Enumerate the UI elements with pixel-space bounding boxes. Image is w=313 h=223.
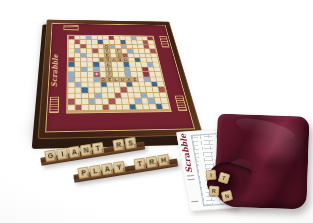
board-cell-6-11[interactable] [118,67,124,71]
board-cell-4-12[interactable] [81,58,86,62]
board-cell-9-1[interactable] [101,82,107,87]
board-cell-8-6[interactable] [94,77,100,82]
board-cell-12-5[interactable] [129,98,135,103]
rack-tile-Y[interactable]: Y4 [113,161,126,174]
board-cell-9-6[interactable] [133,82,139,87]
played-tile-A[interactable]: A [111,58,117,62]
board-cell-8-5[interactable] [88,77,94,82]
board-cell-11-10[interactable] [160,93,167,98]
tile-point-value: 2 [54,156,56,160]
board-cell-1-9[interactable] [120,40,125,44]
board-cell-2-0[interactable] [69,44,74,48]
board-cell-3-12[interactable] [69,53,74,57]
board-cell-2-3[interactable] [86,44,91,48]
board-cell-10-3[interactable] [114,88,120,93]
board-cell-7-10[interactable] [119,72,125,76]
board-cell-1-14[interactable] [148,41,154,45]
board-cell-4-10[interactable] [69,58,74,62]
board-cell-4-2[interactable] [99,53,105,57]
board-cell-9-3[interactable] [114,82,120,87]
board-cell-3-3[interactable] [92,49,97,53]
board-cell-7-5[interactable] [81,72,87,76]
board-cell-3-2[interactable] [87,49,92,53]
board-cell-8-1[interactable] [155,72,161,76]
board-cell-1-5[interactable] [98,40,103,44]
board-cell-8-10[interactable] [156,77,162,81]
board-cell-12-3[interactable] [115,99,121,104]
board-cell-8-4[interactable] [81,77,87,82]
tile-point-value: 1 [90,151,92,155]
tile-point-value: 1 [122,146,124,150]
board-cell-2-1[interactable] [75,44,80,48]
board-cell-11-0[interactable] [95,93,101,98]
board-cell-1-3[interactable] [86,40,91,44]
tile-point-value: 1 [99,172,101,176]
board-burgundy-border: Scrabble ★OVERSIZEBANDFUDLUXE [45,23,195,132]
board-cell-9-13[interactable] [82,88,88,93]
board-cell-11-3[interactable] [115,93,121,98]
board-cell-5-9[interactable] [93,62,99,66]
board-cell-12-12[interactable] [75,105,81,110]
played-tile-D[interactable]: D [123,58,129,62]
board-cell-0-4[interactable] [92,36,97,40]
premium-legend-box [63,25,78,31]
rack-gap [105,150,114,152]
board-cell-12-10[interactable] [161,98,168,103]
board-cell-13-0[interactable] [96,105,102,110]
board-cell-12-7[interactable] [142,98,149,103]
rack-tile-A[interactable]: A1 [68,146,81,159]
board-cell-3-13[interactable] [75,53,80,57]
board-cell-7-3[interactable] [68,72,74,76]
board-cell-0-1[interactable] [75,36,80,40]
board-cell-13-10[interactable] [162,104,169,109]
tile-point-value: 1 [143,164,145,168]
board-cell-2-6[interactable] [110,45,115,49]
board-cell-0-3[interactable] [86,36,91,40]
board-cell-11-8[interactable] [147,93,154,98]
rack-tile-L[interactable]: L1 [89,165,102,178]
played-tile-Z[interactable]: Z [106,72,112,76]
board-cell-6-0[interactable] [135,63,141,67]
board-cell-13-8[interactable] [149,104,156,109]
rack-tile-T[interactable]: T1 [134,157,147,170]
bag-fold [234,114,296,144]
board-cell-12-1[interactable] [102,99,108,104]
board-cell-2-8[interactable] [121,45,127,49]
board-cell-6-4[interactable] [68,67,74,71]
rack-tile-N[interactable]: N1 [80,144,93,157]
board-cell-13-2[interactable] [109,104,115,109]
played-tile-D[interactable]: D [100,77,106,81]
board-cell-7-8[interactable] [100,72,106,76]
board-cell-10-6[interactable] [133,87,139,92]
rack-tile-R[interactable]: R1 [145,156,158,169]
product-photo-scene: Scrabble ★OVERSIZEBANDFUDLUXE G2I1A1N1T1… [0,0,313,223]
board-cell-10-0[interactable] [95,88,101,93]
board-cell-1-1[interactable] [75,40,80,44]
board-cell-13-1[interactable] [103,105,109,110]
board-cell-12-13[interactable] [82,105,88,110]
tile-point-value: 4 [167,161,169,165]
played-tile-R[interactable]: R [105,58,111,62]
board-cell-4-3[interactable] [110,53,116,57]
board-cell-0-5[interactable] [97,36,102,40]
board-cell-2-9[interactable] [127,45,133,49]
board-cell-9-12[interactable] [75,88,81,93]
board-cell-2-2[interactable] [80,44,85,48]
board-cell-12-2[interactable] [109,99,115,104]
board-cell-11-13[interactable] [82,99,88,104]
board-cell-13-6[interactable] [136,104,143,109]
board-cell-5-5[interactable] [68,62,73,66]
rack-tile-R[interactable]: R1 [112,139,125,152]
spilled-tile-R[interactable]: R [209,186,220,197]
board-cell-5-11[interactable] [111,62,117,66]
played-tile-L[interactable]: L [113,77,119,81]
center-star-icon: ★ [94,72,99,76]
board-cell-0-14[interactable] [147,37,153,41]
board-cell-7-13[interactable] [137,72,143,76]
board-cell-7-6[interactable] [88,72,94,76]
played-tile-B[interactable]: B [99,58,105,62]
tile-point-value: 1 [155,163,157,167]
board-cell-6-5[interactable] [75,67,81,71]
scorepad-fine-print [187,175,194,176]
board-cell-0-2[interactable] [80,36,85,40]
played-tile-E[interactable]: E [105,53,111,57]
board-cell-8-11[interactable] [68,82,74,87]
played-tile-V[interactable]: V [104,49,109,53]
board-cell-3-7[interactable] [127,49,133,53]
board-cell-7-11[interactable] [125,72,131,76]
board-cell-11-2[interactable] [108,93,114,98]
board-cell-5-12[interactable] [118,62,124,66]
board-cell-0-8[interactable] [114,36,119,40]
board-cell-5-8[interactable] [87,62,93,66]
board-cell-9-11[interactable] [68,88,74,93]
board-cell-10-1[interactable] [101,88,107,93]
board-cell-8-13[interactable] [81,82,87,87]
tile-point-value: 1 [102,149,104,153]
board-cell-4-4[interactable] [122,53,128,57]
tile-point-value: 4 [123,168,125,172]
board-cell-0-7[interactable] [109,36,114,40]
board-cell-1-7[interactable] [109,40,114,44]
board-cell-5-0[interactable] [129,58,135,62]
board-cell-8-2[interactable] [68,77,74,82]
board-cell-11-6[interactable] [134,93,140,98]
board-cell-7-4[interactable] [75,72,81,76]
played-tile-S[interactable]: S [105,62,111,66]
board-cell-12-0[interactable] [95,99,101,104]
board-cell-4-6[interactable] [134,53,140,57]
premium-legend-box [159,36,169,47]
rack-tile-P[interactable]: P3 [77,166,90,179]
board-cell-6-3[interactable] [153,63,159,67]
board-cell-3-4[interactable] [98,49,103,53]
board-cell-9-14[interactable] [88,88,94,93]
board-cell-3-1[interactable] [81,49,86,53]
board-cell-5-6[interactable] [75,62,80,66]
board-cell-10-10[interactable] [159,87,166,92]
board-cell-2-13[interactable] [149,45,155,49]
board-cell-1-4[interactable] [92,40,97,44]
board-cell-10-12[interactable] [75,93,81,98]
board-cell-11-7[interactable] [141,93,147,98]
board-cell-9-2[interactable] [107,82,113,87]
played-tile-U[interactable]: U [119,77,125,81]
board-cell-6-13[interactable] [130,67,136,71]
board-cell-0-6[interactable] [103,36,108,40]
board-cell-2-5[interactable] [98,44,103,48]
board-cell-7-7[interactable]: ★ [94,72,100,76]
spilled-tile-I[interactable]: I [206,170,217,181]
board-cell-6-10[interactable] [112,67,118,71]
board-cell-13-4[interactable] [123,104,130,109]
played-tile-U[interactable]: U [116,53,122,57]
board-cell-3-5[interactable] [110,49,116,53]
played-tile-O[interactable]: O [104,45,109,49]
board-wood-frame: Scrabble ★OVERSIZEBANDFUDLUXE [38,20,204,140]
board-cell-10-11[interactable] [68,93,74,98]
board-cell-8-3[interactable] [75,77,81,82]
played-tile-X[interactable]: X [126,77,132,81]
board-cell-7-9[interactable] [113,72,119,76]
rack-tile-S[interactable]: S1 [124,137,137,150]
board-cell-12-8[interactable] [148,98,155,103]
board-cell-9-5[interactable] [126,82,132,87]
board-cell-12-6[interactable] [135,98,142,103]
board-cell-3-14[interactable] [81,53,86,57]
board-cell-2-14[interactable] [69,49,74,53]
board-cell-4-14[interactable] [93,58,99,62]
board-cell-4-1[interactable] [93,53,98,57]
board-cell-3-0[interactable] [75,49,80,53]
played-tile-I[interactable]: I [106,67,112,71]
played-tile-N[interactable]: N [117,58,123,62]
board-cell-5-1[interactable] [135,58,141,62]
scorepad-fine-print [191,201,198,202]
played-tile-E[interactable]: E [132,77,138,81]
board-cell-0-10[interactable] [125,36,130,40]
played-tile-E[interactable]: E [107,77,113,81]
board-cell-10-5[interactable] [127,88,133,93]
board-cell-6-9[interactable] [100,67,106,71]
scrabble-board[interactable]: Scrabble ★OVERSIZEBANDFUDLUXE [38,20,204,140]
board-cell-1-10[interactable] [126,41,131,45]
board-cell-11-4[interactable] [121,93,127,98]
board-cell-5-14[interactable] [130,63,136,67]
board-grid: ★OVERSIZEBANDFUDLUXE [66,35,172,114]
board-cell-6-6[interactable] [81,67,87,71]
premium-legend-box [49,97,59,113]
board-cell-4-5[interactable] [128,53,134,57]
board-cell-12-14[interactable] [89,105,95,110]
board-cell-11-14[interactable] [89,99,95,104]
board-cell-1-2[interactable] [80,40,85,44]
board-cell-11-11[interactable] [68,99,74,104]
tile-point-value: 1 [111,170,113,174]
board-cell-9-0[interactable] [94,82,100,87]
board-cell-2-4[interactable] [92,44,97,48]
board-cell-10-2[interactable] [108,88,114,93]
board-cell-5-4[interactable] [152,58,158,62]
board-cell-9-10[interactable] [158,82,164,87]
board-cell-0-0[interactable] [69,36,74,40]
board-cell-5-10[interactable] [99,62,105,66]
board-cell-5-13[interactable] [124,62,130,66]
board-cell-12-4[interactable] [122,99,128,104]
board-cell-2-7[interactable] [115,45,120,49]
board-cell-11-5[interactable] [128,93,134,98]
board-cell-4-13[interactable] [87,58,92,62]
board-cell-4-0[interactable] [87,53,92,57]
board-cell-8-14[interactable] [88,82,94,87]
board-cell-6-12[interactable] [124,67,130,71]
scrabble-logo: Scrabble [50,54,60,87]
rack-tile-I[interactable]: I1 [56,148,69,161]
board-cell-7-2[interactable] [154,67,160,71]
rack-gap [126,169,135,171]
board-cell-10-4[interactable] [121,88,127,93]
board-cell-8-12[interactable] [75,82,81,87]
board-cell-13-5[interactable] [129,104,136,109]
board-cell-11-12[interactable] [75,99,81,104]
board-cell-13-7[interactable] [143,104,150,109]
tile-point-value: 3 [87,173,89,177]
board-cell-6-7[interactable] [87,67,93,71]
rack-tile-H[interactable]: H4 [157,154,170,167]
board-cell-10-7[interactable] [140,87,146,92]
rack-tile-A[interactable]: A1 [101,163,114,176]
tile-point-value: 1 [78,153,80,157]
board-cell-12-11[interactable] [68,105,74,110]
board-cell-9-4[interactable] [120,82,126,87]
board-cell-11-1[interactable] [102,93,108,98]
board-cell-1-6[interactable] [103,40,108,44]
tile-point-value: 1 [134,144,136,148]
played-tile-F[interactable]: F [116,49,122,53]
board-cell-7-12[interactable] [131,72,137,76]
board-cell-8-7[interactable] [138,77,144,81]
rack-tile-G[interactable]: G2 [44,149,57,162]
tile-point-value: 1 [66,155,68,159]
scorepad-fine-print [187,179,194,180]
board-cell-4-11[interactable] [75,58,80,62]
rack-tile-T[interactable]: T1 [92,142,105,155]
board-cell-3-6[interactable] [122,49,128,53]
board-cell-10-14[interactable] [88,93,94,98]
premium-legend-box [175,96,188,111]
board-cell-3-11[interactable] [150,49,156,53]
board-cell-5-7[interactable] [81,62,87,66]
board-cell-6-14[interactable] [136,67,142,71]
board-cell-0-9[interactable] [120,36,125,40]
board-cell-4-9[interactable] [151,54,157,58]
board-cell-1-8[interactable] [115,40,120,44]
board-cell-10-13[interactable] [82,93,88,98]
board-cell-9-7[interactable] [139,82,145,87]
board-cell-6-8[interactable] [94,67,100,71]
board-cell-1-0[interactable] [69,40,74,44]
board-cell-13-3[interactable] [116,104,122,109]
